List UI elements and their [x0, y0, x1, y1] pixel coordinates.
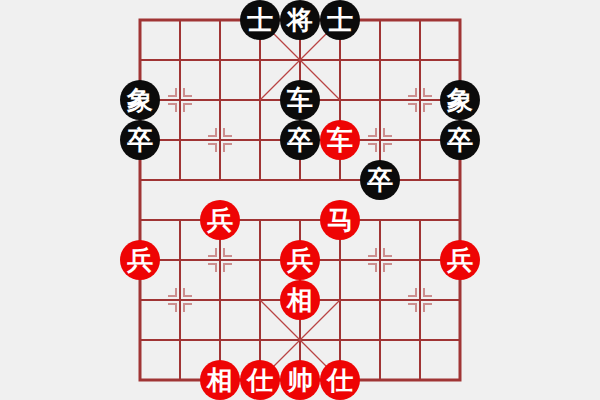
- piece-red-chariot[interactable]: 车: [320, 120, 360, 160]
- piece-red-advisor[interactable]: 仕: [240, 360, 280, 400]
- piece-black-soldier[interactable]: 卒: [120, 120, 160, 160]
- piece-red-soldier[interactable]: 兵: [440, 240, 480, 280]
- xiangqi-board: 士将士象车象卒卒车卒卒兵马兵兵兵相相仕帅仕: [0, 0, 600, 400]
- piece-red-general[interactable]: 帅: [280, 360, 320, 400]
- piece-red-elephant[interactable]: 相: [200, 360, 240, 400]
- piece-black-advisor[interactable]: 士: [320, 0, 360, 40]
- piece-red-elephant[interactable]: 相: [280, 280, 320, 320]
- piece-black-elephant[interactable]: 象: [440, 80, 480, 120]
- piece-red-horse[interactable]: 马: [320, 200, 360, 240]
- piece-black-advisor[interactable]: 士: [240, 0, 280, 40]
- piece-red-advisor[interactable]: 仕: [320, 360, 360, 400]
- piece-black-elephant[interactable]: 象: [120, 80, 160, 120]
- piece-black-soldier[interactable]: 卒: [280, 120, 320, 160]
- piece-red-soldier[interactable]: 兵: [200, 200, 240, 240]
- piece-black-soldier[interactable]: 卒: [360, 160, 400, 200]
- piece-black-soldier[interactable]: 卒: [440, 120, 480, 160]
- piece-grid: 士将士象车象卒卒车卒卒兵马兵兵兵相相仕帅仕: [120, 0, 480, 400]
- piece-red-soldier[interactable]: 兵: [280, 240, 320, 280]
- piece-red-soldier[interactable]: 兵: [120, 240, 160, 280]
- piece-black-chariot[interactable]: 车: [280, 80, 320, 120]
- piece-black-general[interactable]: 将: [280, 0, 320, 40]
